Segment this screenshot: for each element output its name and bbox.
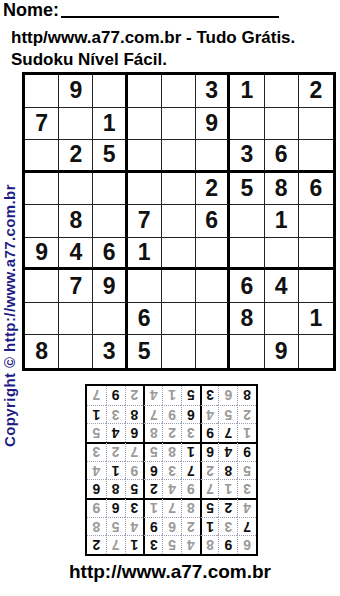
cell-r8c1[interactable] xyxy=(25,303,59,336)
solution-cell-r4c2: 1 xyxy=(218,479,237,498)
cell-r6c4[interactable]: 1 xyxy=(128,238,162,271)
cell-r7c6[interactable] xyxy=(196,270,230,303)
solution-cell-r7c4: 3 xyxy=(181,423,200,442)
cell-r9c6[interactable] xyxy=(196,335,230,368)
solution-cell-r3c9: 9 xyxy=(87,498,106,517)
cell-r8c6[interactable] xyxy=(196,303,230,336)
solution-cell-r4c9: 6 xyxy=(87,479,106,498)
solution-cell-r4c4: 9 xyxy=(181,479,200,498)
solution-cell-r5c3: 2 xyxy=(200,461,219,480)
cell-r4c5[interactable] xyxy=(162,173,196,206)
cell-r3c6[interactable] xyxy=(196,140,230,173)
solution-cell-r9c9: 7 xyxy=(87,386,106,405)
solution-cell-r6c2: 4 xyxy=(218,442,237,461)
solution-cell-r4c8: 8 xyxy=(106,479,125,498)
cell-r2c7[interactable] xyxy=(230,108,264,141)
cell-r1c7[interactable]: 1 xyxy=(230,75,264,108)
solution-cell-r2c1: 7 xyxy=(237,517,256,536)
cell-r6c8[interactable] xyxy=(265,238,299,271)
solution-cell-r8c1: 2 xyxy=(237,405,256,424)
cell-r7c8[interactable]: 4 xyxy=(265,270,299,303)
cell-r5c6[interactable]: 6 xyxy=(196,205,230,238)
solution-cell-r1c3: 8 xyxy=(200,535,219,554)
solution-cell-r9c2: 6 xyxy=(218,386,237,405)
cell-r3c4[interactable] xyxy=(128,140,162,173)
solution-cell-r9c4: 5 xyxy=(181,386,200,405)
solution-cell-r1c2: 9 xyxy=(218,535,237,554)
cell-r4c1[interactable] xyxy=(25,173,59,206)
solution-cell-r2c4: 2 xyxy=(181,517,200,536)
cell-r3c8[interactable]: 6 xyxy=(265,140,299,173)
cell-r6c6[interactable] xyxy=(196,238,230,271)
cell-r7c9[interactable] xyxy=(299,270,333,303)
cell-r2c5[interactable] xyxy=(162,108,196,141)
solution-cell-r6c3: 6 xyxy=(200,442,219,461)
cell-r7c3[interactable]: 9 xyxy=(93,270,127,303)
solution-cell-r6c7: 7 xyxy=(125,442,144,461)
solution-cell-r7c9: 5 xyxy=(87,423,106,442)
solution-cell-r5c1: 5 xyxy=(237,461,256,480)
solution-cell-r8c5: 9 xyxy=(162,405,181,424)
solution-cell-r9c5: 1 xyxy=(162,386,181,405)
cell-r6c1[interactable]: 9 xyxy=(25,238,59,271)
cell-r5c1[interactable] xyxy=(25,205,59,238)
solution-cell-r6c1: 9 xyxy=(237,442,256,461)
cell-r1c9[interactable]: 2 xyxy=(299,75,333,108)
cell-r2c9[interactable] xyxy=(299,108,333,141)
solution-cell-r2c2: 3 xyxy=(218,517,237,536)
cell-r9c2[interactable] xyxy=(59,335,93,368)
solution-cell-r5c2: 8 xyxy=(218,461,237,480)
cell-r4c8[interactable]: 8 xyxy=(265,173,299,206)
cell-r8c2[interactable] xyxy=(59,303,93,336)
solution-cell-r7c6: 8 xyxy=(143,423,162,442)
cell-r1c4[interactable] xyxy=(128,75,162,108)
name-row: Nome: xyxy=(3,1,279,19)
cell-r5c7[interactable] xyxy=(230,205,264,238)
cell-r1c6[interactable]: 3 xyxy=(196,75,230,108)
cell-r1c3[interactable] xyxy=(93,75,127,108)
solution-cell-r7c8: 4 xyxy=(106,423,125,442)
cell-r8c7[interactable]: 8 xyxy=(230,303,264,336)
solution-cell-r6c6: 5 xyxy=(143,442,162,461)
solution-cell-r6c5: 8 xyxy=(162,442,181,461)
cell-r3c5[interactable] xyxy=(162,140,196,173)
solution-cell-r3c4: 8 xyxy=(181,498,200,517)
solution-cell-r7c3: 9 xyxy=(200,423,219,442)
cell-r5c8[interactable]: 1 xyxy=(265,205,299,238)
solution-cell-r1c1: 6 xyxy=(237,535,256,554)
cell-r5c4[interactable]: 7 xyxy=(128,205,162,238)
solution-cell-r3c6: 1 xyxy=(143,498,162,517)
solution-cell-r8c7: 8 xyxy=(125,405,144,424)
cell-r1c1[interactable] xyxy=(25,75,59,108)
cell-r1c5[interactable] xyxy=(162,75,196,108)
cell-r9c3[interactable]: 3 xyxy=(93,335,127,368)
solution-cell-r5c6: 6 xyxy=(143,461,162,480)
solution-cell-r5c7: 9 xyxy=(125,461,144,480)
solution-cell-r2c3: 1 xyxy=(200,517,219,536)
solution-cell-r2c5: 6 xyxy=(162,517,181,536)
cell-r8c4[interactable]: 6 xyxy=(128,303,162,336)
cell-r4c9[interactable]: 6 xyxy=(299,173,333,206)
solution-grid-rotated: 6984531727312694584258713693179425865827… xyxy=(85,384,258,556)
cell-r2c4[interactable] xyxy=(128,108,162,141)
cell-r5c3[interactable] xyxy=(93,205,127,238)
cell-r9c1[interactable]: 8 xyxy=(25,335,59,368)
cell-r7c7[interactable]: 6 xyxy=(230,270,264,303)
solution-cell-r9c8: 9 xyxy=(106,386,125,405)
solution-cell-r3c5: 7 xyxy=(162,498,181,517)
cell-r2c1[interactable]: 7 xyxy=(25,108,59,141)
cell-r3c7[interactable]: 3 xyxy=(230,140,264,173)
cell-r2c6[interactable]: 9 xyxy=(196,108,230,141)
solution-cell-r8c4: 6 xyxy=(181,405,200,424)
solution-cell-r5c8: 1 xyxy=(106,461,125,480)
solution-cell-r6c9: 3 xyxy=(87,442,106,461)
solution-cell-r6c4: 1 xyxy=(181,442,200,461)
name-label: Nome: xyxy=(3,1,59,19)
solution-cell-r4c1: 3 xyxy=(237,479,256,498)
solution-cell-r9c6: 4 xyxy=(143,386,162,405)
solution-cell-r1c8: 7 xyxy=(106,535,125,554)
solution-cell-r4c7: 5 xyxy=(125,479,144,498)
cell-r2c3[interactable]: 1 xyxy=(93,108,127,141)
cell-r5c2[interactable]: 8 xyxy=(59,205,93,238)
solution-cell-r2c7: 4 xyxy=(125,517,144,536)
solution-cell-r2c6: 9 xyxy=(143,517,162,536)
cell-r2c8[interactable] xyxy=(265,108,299,141)
solution-cell-r8c6: 7 xyxy=(143,405,162,424)
cell-r3c9[interactable] xyxy=(299,140,333,173)
solution-cell-r8c9: 1 xyxy=(87,405,106,424)
cell-r9c5[interactable] xyxy=(162,335,196,368)
cell-r8c8[interactable] xyxy=(265,303,299,336)
name-fill-line xyxy=(61,16,279,18)
solution-cell-r1c6: 3 xyxy=(143,535,162,554)
cell-r5c9[interactable] xyxy=(299,205,333,238)
cell-r9c9[interactable] xyxy=(299,335,333,368)
solution-cell-r4c3: 7 xyxy=(200,479,219,498)
solution-cell-r6c8: 2 xyxy=(106,442,125,461)
cell-r6c3[interactable]: 6 xyxy=(93,238,127,271)
cell-r8c3[interactable] xyxy=(93,303,127,336)
solution-cell-r2c9: 8 xyxy=(87,517,106,536)
cell-r4c6[interactable]: 2 xyxy=(196,173,230,206)
cell-r7c5[interactable] xyxy=(162,270,196,303)
solution-cell-r4c5: 4 xyxy=(162,479,181,498)
cell-r7c2[interactable]: 7 xyxy=(59,270,93,303)
solution-cell-r1c7: 1 xyxy=(125,535,144,554)
puzzle-level-title: Sudoku Nível Fácil. xyxy=(11,50,167,70)
cell-r7c1[interactable] xyxy=(25,270,59,303)
solution-cell-r3c3: 5 xyxy=(200,498,219,517)
cell-r9c8[interactable]: 9 xyxy=(265,335,299,368)
sudoku-worksheet-page: Nome: http/www.a77.com.br - Tudo Grátis.… xyxy=(0,0,340,596)
solution-cell-r2c8: 5 xyxy=(106,517,125,536)
cell-r1c2[interactable]: 9 xyxy=(59,75,93,108)
solution-cell-r3c7: 3 xyxy=(125,498,144,517)
cell-r4c4[interactable] xyxy=(128,173,162,206)
solution-cell-r9c3: 3 xyxy=(200,386,219,405)
solution-cell-r8c2: 5 xyxy=(218,405,237,424)
cell-r4c3[interactable] xyxy=(93,173,127,206)
solution-cell-r8c3: 4 xyxy=(200,405,219,424)
solution-cell-r7c2: 7 xyxy=(218,423,237,442)
solution-cell-r3c1: 4 xyxy=(237,498,256,517)
solution-cell-r3c2: 2 xyxy=(218,498,237,517)
solution-cell-r1c4: 4 xyxy=(181,535,200,554)
solution-cell-r5c9: 4 xyxy=(87,461,106,480)
footer-url: http://www.a77.com.br xyxy=(0,561,340,583)
cell-r8c9[interactable]: 1 xyxy=(299,303,333,336)
sudoku-grid: 9312719253625868761946179646818359 xyxy=(22,72,336,371)
cell-r3c2[interactable]: 2 xyxy=(59,140,93,173)
cell-r6c9[interactable] xyxy=(299,238,333,271)
solution-cell-r7c5: 2 xyxy=(162,423,181,442)
cell-r9c4[interactable]: 5 xyxy=(128,335,162,368)
cell-r1c8[interactable] xyxy=(265,75,299,108)
solution-cell-r7c7: 6 xyxy=(125,423,144,442)
cell-r7c4[interactable] xyxy=(128,270,162,303)
site-tagline: http/www.a77.com.br - Tudo Grátis. xyxy=(11,28,295,48)
cell-r4c2[interactable] xyxy=(59,173,93,206)
cell-r8c5[interactable] xyxy=(162,303,196,336)
solution-cell-r9c1: 8 xyxy=(237,386,256,405)
copyright-vertical-text: Copyright © http://www.a77.com.br xyxy=(1,85,19,447)
cell-r3c1[interactable] xyxy=(25,140,59,173)
solution-cell-r1c5: 5 xyxy=(162,535,181,554)
cell-r5c5[interactable] xyxy=(162,205,196,238)
cell-r6c7[interactable] xyxy=(230,238,264,271)
cell-r9c7[interactable] xyxy=(230,335,264,368)
solution-cell-r3c8: 6 xyxy=(106,498,125,517)
cell-r3c3[interactable]: 5 xyxy=(93,140,127,173)
solution-cell-r4c6: 2 xyxy=(143,479,162,498)
solution-cell-r7c1: 1 xyxy=(237,423,256,442)
solution-cell-r1c9: 2 xyxy=(87,535,106,554)
cell-r2c2[interactable] xyxy=(59,108,93,141)
cell-r6c2[interactable]: 4 xyxy=(59,238,93,271)
solution-cell-r8c8: 3 xyxy=(106,405,125,424)
cell-r4c7[interactable]: 5 xyxy=(230,173,264,206)
solution-cell-r5c5: 3 xyxy=(162,461,181,480)
solution-cell-r9c7: 2 xyxy=(125,386,144,405)
cell-r6c5[interactable] xyxy=(162,238,196,271)
solution-cell-r5c4: 7 xyxy=(181,461,200,480)
